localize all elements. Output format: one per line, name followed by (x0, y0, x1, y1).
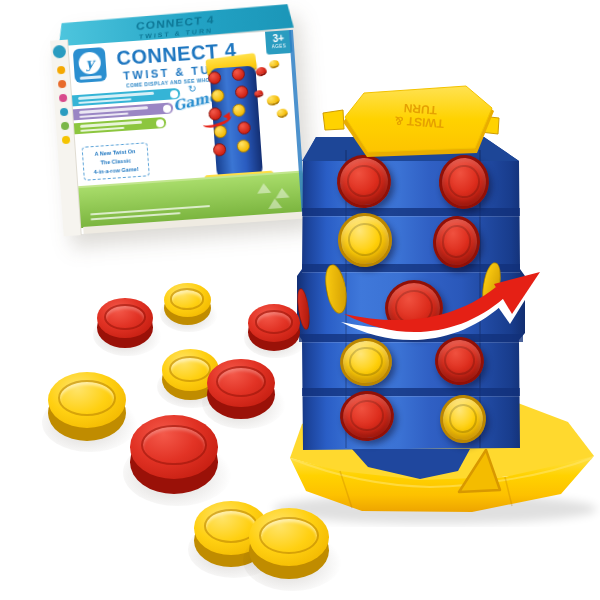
twist-arrow (344, 272, 540, 332)
svg-text:TURN: TURN (403, 101, 437, 117)
cap-and-arrow: TWIST & TURN (0, 0, 600, 600)
cap-tab-left (323, 110, 344, 130)
product-photo-stage: CONNECT 4 TWIST & TURN y CONNECT 4 TWIST… (0, 0, 600, 600)
